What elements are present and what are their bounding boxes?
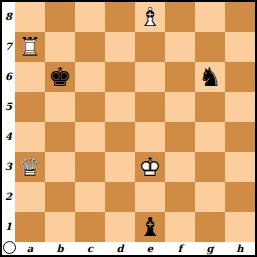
square-g7[interactable] [195, 32, 225, 62]
square-e7[interactable] [135, 32, 165, 62]
black-knight-g6[interactable]: ♞ [195, 62, 225, 92]
square-a6[interactable] [15, 62, 45, 92]
square-c6[interactable] [75, 62, 105, 92]
square-a1[interactable] [15, 212, 45, 242]
square-e6[interactable] [135, 62, 165, 92]
square-b3[interactable] [45, 152, 75, 182]
square-a5[interactable] [15, 92, 45, 122]
square-g3[interactable] [195, 152, 225, 182]
square-a2[interactable] [15, 182, 45, 212]
square-e2[interactable] [135, 182, 165, 212]
rank-label-6: 6 [2, 62, 15, 92]
white-king-e3[interactable]: ♚♔ [135, 152, 165, 182]
chess-board: ♝♗♜♖♚♞♛♕♚♔♝ [15, 2, 255, 242]
square-g6[interactable]: ♞ [195, 62, 225, 92]
square-h7[interactable] [225, 32, 255, 62]
square-h5[interactable] [225, 92, 255, 122]
square-h3[interactable] [225, 152, 255, 182]
square-g8[interactable] [195, 2, 225, 32]
square-d1[interactable] [105, 212, 135, 242]
square-c1[interactable] [75, 212, 105, 242]
file-label-a: a [15, 242, 45, 255]
square-h2[interactable] [225, 182, 255, 212]
square-e4[interactable] [135, 122, 165, 152]
square-b7[interactable] [45, 32, 75, 62]
square-e5[interactable] [135, 92, 165, 122]
square-g4[interactable] [195, 122, 225, 152]
square-d4[interactable] [105, 122, 135, 152]
square-h8[interactable] [225, 2, 255, 32]
black-bishop-icon: ♝ [135, 212, 165, 242]
rank-label-7: 7 [2, 32, 15, 62]
white-to-move-indicator [3, 241, 16, 254]
file-label-e: e [135, 242, 165, 255]
square-c5[interactable] [75, 92, 105, 122]
square-f8[interactable] [165, 2, 195, 32]
square-d5[interactable] [105, 92, 135, 122]
file-label-b: b [45, 242, 75, 255]
white-rook-a7[interactable]: ♜♖ [15, 32, 45, 62]
rank-label-5: 5 [2, 92, 15, 122]
square-b1[interactable] [45, 212, 75, 242]
white-queen-a3[interactable]: ♛♕ [15, 152, 45, 182]
square-a3[interactable]: ♛♕ [15, 152, 45, 182]
white-rook-icon: ♖ [15, 32, 45, 62]
square-a8[interactable] [15, 2, 45, 32]
square-d3[interactable] [105, 152, 135, 182]
rank-label-4: 4 [2, 122, 15, 152]
file-label-c: c [75, 242, 105, 255]
file-label-h: h [225, 242, 255, 255]
square-f2[interactable] [165, 182, 195, 212]
white-bishop-icon: ♗ [135, 2, 165, 32]
square-a7[interactable]: ♜♖ [15, 32, 45, 62]
square-e3[interactable]: ♚♔ [135, 152, 165, 182]
square-f4[interactable] [165, 122, 195, 152]
white-queen-icon: ♕ [15, 152, 45, 182]
square-d6[interactable] [105, 62, 135, 92]
square-e1[interactable]: ♝ [135, 212, 165, 242]
square-c8[interactable] [75, 2, 105, 32]
square-b2[interactable] [45, 182, 75, 212]
square-c2[interactable] [75, 182, 105, 212]
square-f1[interactable] [165, 212, 195, 242]
square-g1[interactable] [195, 212, 225, 242]
white-king-icon: ♔ [135, 152, 165, 182]
file-label-f: f [165, 242, 195, 255]
square-f5[interactable] [165, 92, 195, 122]
black-king-b6[interactable]: ♚ [45, 62, 75, 92]
square-e8[interactable]: ♝♗ [135, 2, 165, 32]
square-g5[interactable] [195, 92, 225, 122]
chess-diagram: 87654321 ♝♗♜♖♚♞♛♕♚♔♝ abcdefgh [0, 0, 257, 257]
square-c4[interactable] [75, 122, 105, 152]
square-c3[interactable] [75, 152, 105, 182]
square-f6[interactable] [165, 62, 195, 92]
square-h4[interactable] [225, 122, 255, 152]
file-label-g: g [195, 242, 225, 255]
file-labels: abcdefgh [15, 242, 255, 255]
file-label-d: d [105, 242, 135, 255]
black-king-icon: ♚ [45, 62, 75, 92]
square-b5[interactable] [45, 92, 75, 122]
rank-label-3: 3 [2, 152, 15, 182]
square-f3[interactable] [165, 152, 195, 182]
white-bishop-e8[interactable]: ♝♗ [135, 2, 165, 32]
rank-label-8: 8 [2, 2, 15, 32]
black-bishop-e1[interactable]: ♝ [135, 212, 165, 242]
square-g2[interactable] [195, 182, 225, 212]
square-f7[interactable] [165, 32, 195, 62]
square-h6[interactable] [225, 62, 255, 92]
black-knight-icon: ♞ [195, 62, 225, 92]
square-d7[interactable] [105, 32, 135, 62]
square-b6[interactable]: ♚ [45, 62, 75, 92]
square-d8[interactable] [105, 2, 135, 32]
rank-label-2: 2 [2, 182, 15, 212]
square-b4[interactable] [45, 122, 75, 152]
square-a4[interactable] [15, 122, 45, 152]
square-d2[interactable] [105, 182, 135, 212]
rank-labels: 87654321 [2, 2, 15, 242]
square-c7[interactable] [75, 32, 105, 62]
square-b8[interactable] [45, 2, 75, 32]
rank-label-1: 1 [2, 212, 15, 242]
square-h1[interactable] [225, 212, 255, 242]
